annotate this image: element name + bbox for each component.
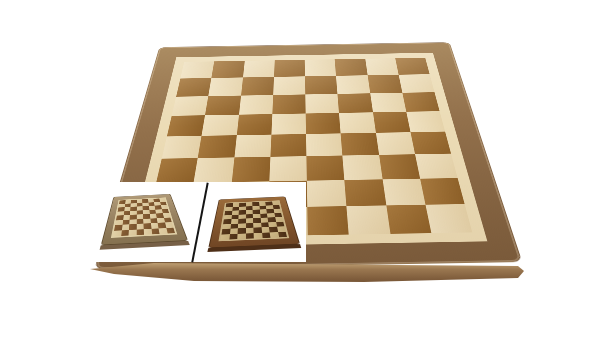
square-h7 — [398, 74, 434, 92]
square-f8 — [335, 59, 367, 76]
square-b6 — [205, 95, 241, 115]
square-e5 — [306, 113, 341, 134]
square-e8 — [305, 59, 336, 76]
square — [129, 229, 137, 235]
square-h5 — [406, 111, 445, 132]
square-g4 — [376, 132, 415, 155]
square-e1 — [307, 206, 349, 235]
square-b7 — [208, 78, 242, 96]
square-f3 — [343, 155, 383, 180]
square-a8 — [180, 61, 214, 78]
square — [246, 233, 254, 239]
square — [237, 233, 245, 239]
square-g6 — [370, 93, 406, 113]
square-g5 — [373, 112, 411, 133]
square-e6 — [305, 94, 339, 114]
square-h1 — [425, 204, 472, 233]
square-f5 — [339, 112, 375, 133]
square-h8 — [395, 58, 430, 75]
square-f2 — [344, 179, 385, 206]
square-f6 — [338, 93, 373, 113]
product-photo-scene — [0, 0, 600, 339]
square-c6 — [239, 95, 273, 115]
square-a7 — [176, 78, 211, 96]
square-d5 — [271, 113, 306, 134]
thumbnail-left-squares — [113, 198, 175, 236]
square-a6 — [172, 96, 209, 116]
square-b4 — [198, 135, 237, 158]
square-h4 — [410, 132, 451, 155]
square-g3 — [379, 154, 420, 179]
square-e3 — [306, 156, 344, 181]
square-c3 — [231, 157, 270, 182]
square-h6 — [402, 92, 439, 112]
square-e2 — [307, 180, 347, 207]
thumbnail-board-right[interactable] — [207, 196, 301, 252]
thumbnail-right-squares — [221, 201, 287, 240]
square-b8 — [212, 61, 245, 78]
square-f4 — [341, 133, 379, 156]
square-g7 — [367, 75, 402, 93]
square-h3 — [415, 154, 458, 179]
square-a4 — [162, 136, 202, 159]
thumbnail-left-field — [111, 197, 177, 238]
square-c8 — [243, 60, 275, 77]
main-chessboard-front-edge — [84, 261, 528, 289]
square-d6 — [272, 94, 305, 114]
square — [278, 231, 287, 237]
square-a3 — [156, 158, 198, 183]
square-d3 — [269, 156, 307, 181]
square-f1 — [347, 205, 390, 234]
square-e4 — [306, 133, 343, 156]
square-c4 — [234, 135, 271, 158]
thumbnail-right-frame — [208, 196, 300, 248]
square-e7 — [305, 76, 338, 94]
thumbnail-right-field — [218, 200, 289, 241]
square-f7 — [336, 75, 370, 93]
square-c5 — [236, 114, 272, 135]
square-g8 — [365, 58, 399, 75]
square-h2 — [420, 178, 465, 205]
square-d4 — [270, 134, 306, 157]
square-a5 — [167, 115, 205, 136]
square-d8 — [274, 60, 305, 77]
square-b3 — [194, 158, 234, 183]
square-d7 — [273, 76, 305, 94]
square-c7 — [241, 77, 274, 95]
square-b5 — [202, 115, 239, 136]
square — [166, 227, 175, 233]
square-g1 — [386, 205, 431, 234]
square-g2 — [382, 178, 425, 205]
